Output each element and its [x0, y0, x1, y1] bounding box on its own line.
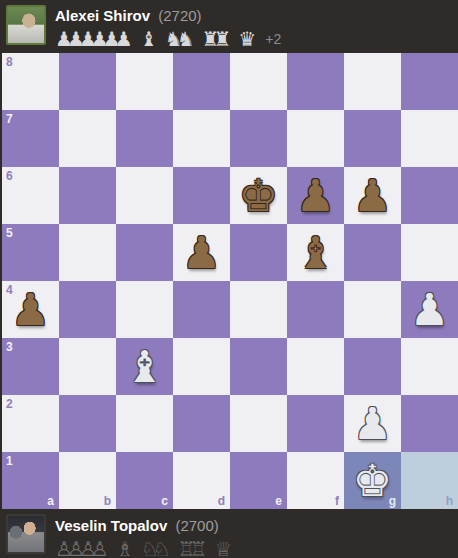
captured-group-pawn: ♟♟♟♟♟♟ [55, 28, 133, 50]
file-label-e: e [275, 494, 282, 508]
captured-group-rook: ♜♜ [201, 28, 231, 50]
square-b8[interactable] [59, 53, 116, 110]
piece-black-pawn-g6[interactable]: ♟ [344, 167, 401, 224]
bottom-player-name[interactable]: Veselin Topalov [55, 517, 167, 534]
square-f7[interactable] [287, 110, 344, 167]
rank-label-8: 8 [6, 55, 13, 69]
file-label-a: a [47, 494, 54, 508]
square-b5[interactable] [59, 224, 116, 281]
square-g2[interactable]: ♟ [344, 395, 401, 452]
square-d2[interactable] [173, 395, 230, 452]
captured-queen-icon: ♛ [238, 28, 256, 50]
captured-knight-icon: ♞ [177, 28, 195, 50]
captured-group-bishop: ♗ [116, 538, 134, 558]
file-label-h: h [446, 494, 453, 508]
square-e5[interactable] [230, 224, 287, 281]
square-c5[interactable] [116, 224, 173, 281]
captured-rook-icon: ♖ [190, 538, 208, 558]
rank-label-3: 3 [6, 340, 13, 354]
square-e2[interactable] [230, 395, 287, 452]
square-f4[interactable] [287, 281, 344, 338]
bottom-player-bar: Veselin Topalov (2700) ♙♙♙♙♗♘♘♖♖♕ [0, 510, 458, 558]
captured-queen-icon: ♕ [214, 538, 232, 558]
top-player-avatar[interactable] [6, 5, 46, 45]
rank-label-7: 7 [6, 112, 13, 126]
captured-group-pawn: ♙♙♙♙ [55, 538, 109, 558]
file-label-d: d [218, 494, 225, 508]
rank-label-2: 2 [6, 397, 13, 411]
captured-rook-icon: ♜ [213, 28, 231, 50]
square-e6[interactable]: ♚ [230, 167, 287, 224]
captured-group-queen: ♛ [238, 28, 256, 50]
square-c8[interactable] [116, 53, 173, 110]
square-f3[interactable] [287, 338, 344, 395]
rank-label-5: 5 [6, 226, 13, 240]
file-label-c: c [161, 494, 168, 508]
square-b4[interactable] [59, 281, 116, 338]
square-f5[interactable]: ♝ [287, 224, 344, 281]
square-h5[interactable] [401, 224, 458, 281]
captured-group-knight: ♞♞ [165, 28, 195, 50]
captured-group-queen: ♕ [214, 538, 232, 558]
square-a6[interactable]: 6 [2, 167, 59, 224]
top-player-name-line: Alexei Shirov (2720) [55, 7, 454, 24]
captured-group-bishop: ♝ [140, 28, 158, 50]
square-b7[interactable] [59, 110, 116, 167]
square-e8[interactable] [230, 53, 287, 110]
square-e3[interactable] [230, 338, 287, 395]
piece-black-pawn-f6[interactable]: ♟ [287, 167, 344, 224]
captured-group-rook: ♖♖ [178, 538, 208, 558]
square-d6[interactable] [173, 167, 230, 224]
square-h3[interactable] [401, 338, 458, 395]
square-c1[interactable]: c [116, 452, 173, 509]
bottom-player-captured-pieces: ♙♙♙♙♗♘♘♖♖♕ [55, 537, 454, 558]
file-label-f: f [335, 494, 339, 508]
square-b6[interactable] [59, 167, 116, 224]
square-d5[interactable]: ♟ [173, 224, 230, 281]
square-g3[interactable] [344, 338, 401, 395]
square-a3[interactable]: 3 [2, 338, 59, 395]
square-c3[interactable]: ♝ [116, 338, 173, 395]
square-d8[interactable] [173, 53, 230, 110]
square-d7[interactable] [173, 110, 230, 167]
square-c6[interactable] [116, 167, 173, 224]
piece-black-pawn-d5[interactable]: ♟ [173, 224, 230, 281]
rank-label-6: 6 [6, 169, 13, 183]
piece-black-king-e6[interactable]: ♚ [230, 167, 287, 224]
square-h2[interactable] [401, 395, 458, 452]
square-h8[interactable] [401, 53, 458, 110]
square-e1[interactable]: e [230, 452, 287, 509]
square-c4[interactable] [116, 281, 173, 338]
square-c7[interactable] [116, 110, 173, 167]
bottom-player-rating: (2700) [175, 517, 218, 534]
file-label-b: b [104, 494, 111, 508]
square-f2[interactable] [287, 395, 344, 452]
square-e7[interactable] [230, 110, 287, 167]
square-a8[interactable]: 8 [2, 53, 59, 110]
square-h7[interactable] [401, 110, 458, 167]
square-g7[interactable] [344, 110, 401, 167]
square-g5[interactable] [344, 224, 401, 281]
square-h4[interactable]: ♟ [401, 281, 458, 338]
top-player-name[interactable]: Alexei Shirov [55, 7, 150, 24]
square-b1[interactable]: b [59, 452, 116, 509]
captured-pawn-icon: ♟ [115, 28, 133, 50]
square-g4[interactable] [344, 281, 401, 338]
square-d4[interactable] [173, 281, 230, 338]
square-a2[interactable]: 2 [2, 395, 59, 452]
bottom-player-avatar[interactable] [6, 514, 46, 554]
square-e4[interactable] [230, 281, 287, 338]
square-f6[interactable]: ♟ [287, 167, 344, 224]
square-f8[interactable] [287, 53, 344, 110]
square-g8[interactable] [344, 53, 401, 110]
square-d1[interactable]: d [173, 452, 230, 509]
piece-white-pawn-h4[interactable]: ♟ [401, 281, 458, 338]
square-d3[interactable] [173, 338, 230, 395]
top-player-rating: (2720) [158, 7, 201, 24]
square-b2[interactable] [59, 395, 116, 452]
square-a5[interactable]: 5 [2, 224, 59, 281]
square-h1[interactable]: h [401, 452, 458, 509]
square-b3[interactable] [59, 338, 116, 395]
top-player-bar: Alexei Shirov (2720) ♟♟♟♟♟♟♝♞♞♜♜♛+2 [0, 0, 458, 53]
rank-label-1: 1 [6, 454, 13, 468]
piece-white-bishop-c3[interactable]: ♝ [116, 338, 173, 395]
captured-bishop-icon: ♗ [116, 538, 134, 558]
square-h6[interactable] [401, 167, 458, 224]
square-a7[interactable]: 7 [2, 110, 59, 167]
top-player-captured-pieces: ♟♟♟♟♟♟♝♞♞♜♜♛+2 [55, 27, 454, 51]
material-advantage: +2 [265, 31, 281, 47]
captured-bishop-icon: ♝ [140, 28, 158, 50]
piece-white-king-g1[interactable]: ♚ [344, 452, 401, 509]
piece-black-bishop-f5[interactable]: ♝ [287, 224, 344, 281]
piece-white-pawn-g2[interactable]: ♟ [344, 395, 401, 452]
piece-black-pawn-a4[interactable]: ♟ [2, 281, 59, 338]
square-f1[interactable]: f [287, 452, 344, 509]
square-g1[interactable]: ♚g [344, 452, 401, 509]
square-a1[interactable]: 1a [2, 452, 59, 509]
square-g6[interactable]: ♟ [344, 167, 401, 224]
bottom-player-name-line: Veselin Topalov (2700) [55, 517, 454, 534]
captured-group-knight: ♘♘ [141, 538, 171, 558]
captured-pawn-icon: ♙ [91, 538, 109, 558]
chess-board: 876♚♟♟5♟♝♟4♟3♝2♟1abcdef♚gh [2, 53, 458, 509]
square-a4[interactable]: ♟4 [2, 281, 59, 338]
captured-knight-icon: ♘ [153, 538, 171, 558]
square-c2[interactable] [116, 395, 173, 452]
